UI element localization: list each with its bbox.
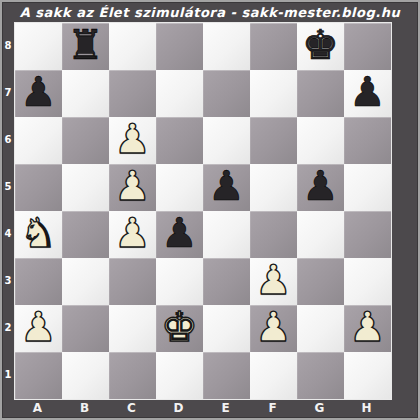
file-label-b: B [61,399,108,418]
square-f2[interactable]: ♟ [250,305,297,352]
square-b2[interactable] [62,305,109,352]
rank-label-3: 3 [2,257,14,304]
rank-label-7: 7 [2,69,14,116]
square-e4[interactable] [203,211,250,258]
square-h6[interactable] [344,117,391,164]
white-king-d2: ♚ [161,304,198,351]
black-pawn-a7: ♟ [20,69,57,116]
rank-label-8: 8 [2,22,14,69]
square-c4[interactable]: ♟ [109,211,156,258]
page-title: A sakk az Élet szimulátora - sakk-mester… [20,5,401,20]
white-pawn-f2: ♟ [255,304,292,351]
square-e1[interactable] [203,352,250,399]
square-b5[interactable] [62,164,109,211]
square-f7[interactable] [250,70,297,117]
white-pawn-c4: ♟ [114,210,151,257]
square-c6[interactable]: ♟ [109,117,156,164]
square-c3[interactable] [109,258,156,305]
white-knight-a4: ♞ [20,210,57,257]
black-pawn-e5: ♟ [208,163,245,210]
white-pawn-c6: ♟ [114,116,151,163]
square-a8[interactable] [15,23,62,70]
square-h3[interactable] [344,258,391,305]
square-d4[interactable]: ♟ [156,211,203,258]
square-h4[interactable] [344,211,391,258]
square-g1[interactable] [297,352,344,399]
square-h7[interactable]: ♟ [344,70,391,117]
black-pawn-h7: ♟ [349,69,386,116]
black-rook-b8: ♜ [67,22,104,69]
rank-label-2: 2 [2,304,14,351]
square-d6[interactable] [156,117,203,164]
square-d5[interactable] [156,164,203,211]
white-pawn-h2: ♟ [349,304,386,351]
square-c1[interactable] [109,352,156,399]
file-label-c: C [108,399,155,418]
file-label-a: A [14,399,61,418]
white-pawn-c5: ♟ [114,163,151,210]
square-g7[interactable] [297,70,344,117]
square-b6[interactable] [62,117,109,164]
square-e5[interactable]: ♟ [203,164,250,211]
square-e3[interactable] [203,258,250,305]
chess-board: ♜♚♟♟♟♟♟♟♞♟♟♟♟♚♟♟ [14,22,392,400]
square-a3[interactable] [15,258,62,305]
square-a6[interactable] [15,117,62,164]
square-d1[interactable] [156,352,203,399]
square-e6[interactable] [203,117,250,164]
square-e7[interactable] [203,70,250,117]
square-g5[interactable]: ♟ [297,164,344,211]
rank-label-6: 6 [2,116,14,163]
title-bar: A sakk az Élet szimulátora - sakk-mester… [2,2,418,22]
file-label-e: E [202,399,249,418]
file-label-h: H [343,399,390,418]
file-label-f: F [249,399,296,418]
square-h2[interactable]: ♟ [344,305,391,352]
square-f6[interactable] [250,117,297,164]
square-c2[interactable] [109,305,156,352]
rank-label-1: 1 [2,351,14,398]
square-g4[interactable] [297,211,344,258]
file-label-g: G [296,399,343,418]
square-h5[interactable] [344,164,391,211]
square-g3[interactable] [297,258,344,305]
square-f8[interactable] [250,23,297,70]
rank-label-4: 4 [2,210,14,257]
black-pawn-d4: ♟ [161,210,198,257]
file-label-d: D [155,399,202,418]
square-f1[interactable] [250,352,297,399]
square-f4[interactable] [250,211,297,258]
square-d8[interactable] [156,23,203,70]
square-b1[interactable] [62,352,109,399]
square-h1[interactable] [344,352,391,399]
square-e2[interactable] [203,305,250,352]
square-c5[interactable]: ♟ [109,164,156,211]
square-h8[interactable] [344,23,391,70]
square-a1[interactable] [15,352,62,399]
square-g2[interactable] [297,305,344,352]
square-d3[interactable] [156,258,203,305]
square-e8[interactable] [203,23,250,70]
black-king-g8: ♚ [302,22,339,69]
square-c8[interactable] [109,23,156,70]
rank-label-5: 5 [2,163,14,210]
square-b8[interactable]: ♜ [62,23,109,70]
square-d7[interactable] [156,70,203,117]
square-f3[interactable]: ♟ [250,258,297,305]
chess-app-window: A sakk az Élet szimulátora - sakk-mester… [0,0,420,420]
square-g6[interactable] [297,117,344,164]
square-f5[interactable] [250,164,297,211]
white-pawn-a2: ♟ [20,304,57,351]
square-a4[interactable]: ♞ [15,211,62,258]
square-a5[interactable] [15,164,62,211]
square-d2[interactable]: ♚ [156,305,203,352]
square-g8[interactable]: ♚ [297,23,344,70]
square-b4[interactable] [62,211,109,258]
white-pawn-f3: ♟ [255,257,292,304]
square-a7[interactable]: ♟ [15,70,62,117]
square-a2[interactable]: ♟ [15,305,62,352]
square-b7[interactable] [62,70,109,117]
black-pawn-g5: ♟ [302,163,339,210]
square-b3[interactable] [62,258,109,305]
square-c7[interactable] [109,70,156,117]
